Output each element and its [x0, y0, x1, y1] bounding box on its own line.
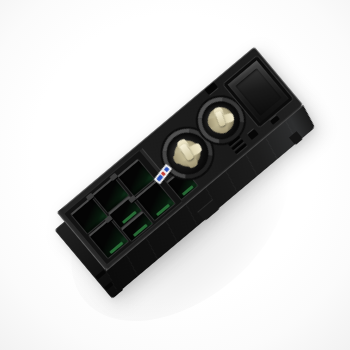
end-groove: [95, 270, 106, 280]
pcb-glimpse: [109, 242, 123, 255]
pcb-glimpse: [133, 224, 148, 237]
product-photo: [0, 0, 350, 350]
pcb-glimpse: [182, 185, 194, 196]
actuator-cross: [205, 104, 238, 137]
rim-slot: [204, 82, 218, 96]
pcb-glimpse: [156, 204, 170, 217]
label-print-mark: [164, 167, 170, 173]
actuator-cross: [167, 133, 208, 174]
actuator-stem: [215, 111, 226, 127]
clip-opening: [247, 128, 259, 140]
actuator-stem: [179, 143, 194, 161]
